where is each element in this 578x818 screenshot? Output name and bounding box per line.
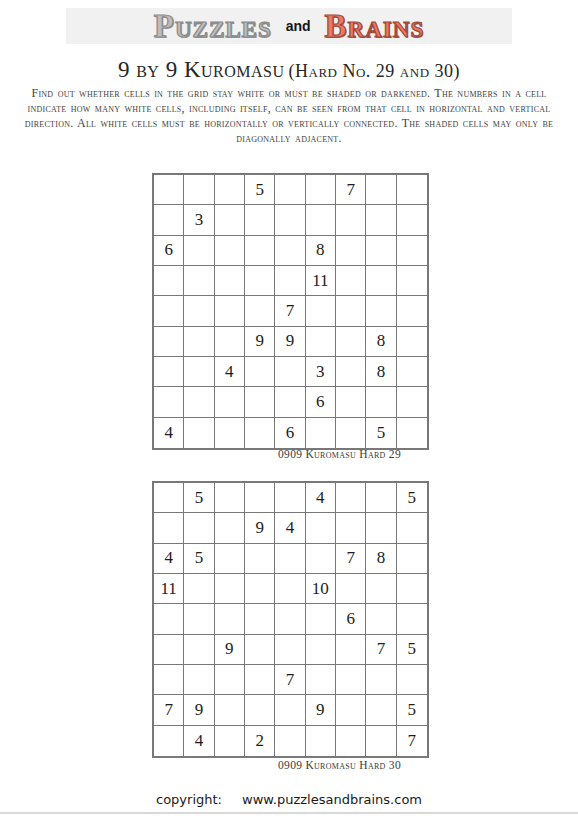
puzzle1-cell-r9c8[interactable]: 5 bbox=[366, 418, 396, 448]
puzzle2-cell-r3c4[interactable] bbox=[245, 544, 275, 574]
puzzle1-cell-r3c5[interactable] bbox=[275, 236, 305, 266]
puzzle1-cell-r2c7[interactable] bbox=[336, 205, 366, 235]
puzzle2-cell-r7c9[interactable] bbox=[397, 665, 427, 695]
logo-banner: Puzzles and Brains bbox=[66, 8, 512, 44]
puzzle1-cell-r2c6[interactable] bbox=[306, 205, 336, 235]
puzzle1-cell-r7c8[interactable]: 8 bbox=[366, 357, 396, 387]
puzzle1-cell-r7c5[interactable] bbox=[275, 357, 305, 387]
puzzle2-cell-r1c7[interactable] bbox=[336, 483, 366, 513]
puzzle1-cell-r2c2[interactable]: 3 bbox=[184, 205, 214, 235]
puzzle2-cell-r6c2[interactable] bbox=[184, 635, 214, 665]
puzzle2-cell-r8c3[interactable] bbox=[215, 695, 245, 725]
footer: copyright: www.puzzlesandbrains.com bbox=[0, 792, 578, 807]
puzzle1-cell-r7c1[interactable] bbox=[154, 357, 184, 387]
puzzle1-cell-r1c2[interactable] bbox=[184, 175, 214, 205]
puzzle2-cell-r9c7[interactable] bbox=[336, 726, 366, 756]
puzzle1-cell-r6c7[interactable] bbox=[336, 327, 366, 357]
copyright-label: copyright: bbox=[156, 792, 222, 807]
puzzle2-cell-r3c8[interactable]: 8 bbox=[366, 544, 396, 574]
puzzle1-cell-r1c5[interactable] bbox=[275, 175, 305, 205]
puzzle1-cell-r8c4[interactable] bbox=[245, 387, 275, 417]
puzzle2-cell-r4c2[interactable] bbox=[184, 574, 214, 604]
logo-brains-text: Brains bbox=[325, 10, 425, 43]
puzzle2-cell-r4c8[interactable] bbox=[366, 574, 396, 604]
puzzle1-cell-r7c4[interactable] bbox=[245, 357, 275, 387]
puzzle1-cell-r2c9[interactable] bbox=[397, 205, 427, 235]
puzzle2-cell-r9c2[interactable]: 4 bbox=[184, 726, 214, 756]
puzzle1-cell-r7c7[interactable] bbox=[336, 357, 366, 387]
puzzle2-cell-r8c1[interactable]: 7 bbox=[154, 695, 184, 725]
puzzle2-cell-r6c5[interactable] bbox=[275, 635, 305, 665]
puzzle2-cell-r4c3[interactable] bbox=[215, 574, 245, 604]
puzzle2-cell-r6c6[interactable] bbox=[306, 635, 336, 665]
puzzle2-cell-r5c9[interactable] bbox=[397, 604, 427, 634]
puzzle1-cell-r3c2[interactable] bbox=[184, 236, 214, 266]
puzzle1-cell-r4c5[interactable] bbox=[275, 266, 305, 296]
puzzle2-cell-r8c2[interactable]: 9 bbox=[184, 695, 214, 725]
puzzle2-cell-r2c3[interactable] bbox=[215, 513, 245, 543]
puzzle1-cell-r4c6[interactable]: 11 bbox=[306, 266, 336, 296]
puzzle1-cell-r9c6[interactable] bbox=[306, 418, 336, 448]
kuromasu-grid-30: 5459445781110697577995427 bbox=[152, 481, 429, 758]
puzzle1-cell-r6c6[interactable] bbox=[306, 327, 336, 357]
puzzle2-cell-r8c6[interactable]: 9 bbox=[306, 695, 336, 725]
puzzle2-cell-r6c3[interactable]: 9 bbox=[215, 635, 245, 665]
puzzle1-cell-r2c3[interactable] bbox=[215, 205, 245, 235]
puzzle1-cell-r6c8[interactable]: 8 bbox=[366, 327, 396, 357]
puzzle1-cell-r4c7[interactable] bbox=[336, 266, 366, 296]
puzzle1-cell-r4c4[interactable] bbox=[245, 266, 275, 296]
puzzle1-cell-r2c1[interactable] bbox=[154, 205, 184, 235]
puzzle1-cell-r2c8[interactable] bbox=[366, 205, 396, 235]
puzzle2-cell-r2c2[interactable] bbox=[184, 513, 214, 543]
puzzle2-cell-r3c6[interactable] bbox=[306, 544, 336, 574]
puzzle2-cell-r5c7[interactable]: 6 bbox=[336, 604, 366, 634]
puzzle2-cell-r2c4[interactable]: 9 bbox=[245, 513, 275, 543]
puzzle2-cell-r6c8[interactable]: 7 bbox=[366, 635, 396, 665]
puzzle2-cell-r6c1[interactable] bbox=[154, 635, 184, 665]
puzzle1-cell-r5c4[interactable] bbox=[245, 296, 275, 326]
puzzle1-cell-r8c6[interactable]: 6 bbox=[306, 387, 336, 417]
puzzle2-cell-r4c9[interactable] bbox=[397, 574, 427, 604]
puzzle1-cell-r6c3[interactable] bbox=[215, 327, 245, 357]
bottom-divider bbox=[0, 812, 578, 814]
puzzle2-cell-r2c9[interactable] bbox=[397, 513, 427, 543]
puzzle1-cell-r9c2[interactable] bbox=[184, 418, 214, 448]
puzzle2-cell-r2c7[interactable] bbox=[336, 513, 366, 543]
puzzle1-cell-r3c1[interactable]: 6 bbox=[154, 236, 184, 266]
puzzle2-cell-r6c4[interactable] bbox=[245, 635, 275, 665]
puzzle1-cell-r6c2[interactable] bbox=[184, 327, 214, 357]
puzzle2-cell-r2c1[interactable] bbox=[154, 513, 184, 543]
puzzle1-cell-r9c9[interactable] bbox=[397, 418, 427, 448]
puzzle2-cell-r5c4[interactable] bbox=[245, 604, 275, 634]
puzzle1-cell-r3c3[interactable] bbox=[215, 236, 245, 266]
puzzle2-cell-r7c8[interactable] bbox=[366, 665, 396, 695]
puzzle1-cell-r1c4[interactable]: 5 bbox=[245, 175, 275, 205]
puzzle1-cell-r9c7[interactable] bbox=[336, 418, 366, 448]
caption-puzzle-29: 0909 Kuromasu Hard 29 bbox=[201, 448, 478, 460]
puzzle2-cell-r1c1[interactable] bbox=[154, 483, 184, 513]
puzzle2-cell-r5c8[interactable] bbox=[366, 604, 396, 634]
puzzle2-cell-r8c9[interactable]: 5 bbox=[397, 695, 427, 725]
puzzle1-cell-r8c2[interactable] bbox=[184, 387, 214, 417]
puzzle2-cell-r3c2[interactable]: 5 bbox=[184, 544, 214, 574]
page-title: 9 by 9 Kuromasu(Hard No. 29 and 30) bbox=[0, 48, 578, 85]
puzzle2-cell-r1c2[interactable]: 5 bbox=[184, 483, 214, 513]
puzzle2-cell-r4c5[interactable] bbox=[275, 574, 305, 604]
puzzle2-cell-r7c2[interactable] bbox=[184, 665, 214, 695]
puzzle2-cell-r2c5[interactable]: 4 bbox=[275, 513, 305, 543]
instructions-text: Find out whether cells in the grid stay … bbox=[17, 86, 561, 146]
puzzle2-cell-r3c3[interactable] bbox=[215, 544, 245, 574]
puzzle1-cell-r3c9[interactable] bbox=[397, 236, 427, 266]
puzzle2-cell-r4c6[interactable]: 10 bbox=[306, 574, 336, 604]
puzzle1-cell-r1c6[interactable] bbox=[306, 175, 336, 205]
puzzle1-cell-r5c1[interactable] bbox=[154, 296, 184, 326]
puzzle1-cell-r5c9[interactable] bbox=[397, 296, 427, 326]
puzzle1-cell-r2c5[interactable] bbox=[275, 205, 305, 235]
puzzle1-cell-r1c9[interactable] bbox=[397, 175, 427, 205]
puzzle2-cell-r9c8[interactable] bbox=[366, 726, 396, 756]
kuromasu-grid-29: 573681179984386465 bbox=[152, 173, 429, 450]
puzzle2-cell-r1c8[interactable] bbox=[366, 483, 396, 513]
page: Puzzles and Brains 9 by 9 Kuromasu(Hard … bbox=[0, 0, 578, 818]
puzzle2-cell-r9c6[interactable] bbox=[306, 726, 336, 756]
puzzle2-cell-r3c9[interactable] bbox=[397, 544, 427, 574]
puzzle1-cell-r8c5[interactable] bbox=[275, 387, 305, 417]
puzzle1-cell-r3c7[interactable] bbox=[336, 236, 366, 266]
puzzle2-cell-r9c3[interactable] bbox=[215, 726, 245, 756]
puzzle1-cell-r7c6[interactable]: 3 bbox=[306, 357, 336, 387]
puzzle2-cell-r4c7[interactable] bbox=[336, 574, 366, 604]
puzzle1-cell-r4c8[interactable] bbox=[366, 266, 396, 296]
puzzle2-cell-r8c5[interactable] bbox=[275, 695, 305, 725]
puzzle1-cell-r8c3[interactable] bbox=[215, 387, 245, 417]
puzzle2-cell-r5c2[interactable] bbox=[184, 604, 214, 634]
puzzle2-cell-r2c8[interactable] bbox=[366, 513, 396, 543]
logo-puzzles-text: Puzzles bbox=[154, 10, 272, 43]
puzzle1-cell-r4c3[interactable] bbox=[215, 266, 245, 296]
logo-and-text: and bbox=[286, 18, 311, 34]
puzzle2-cell-r8c7[interactable] bbox=[336, 695, 366, 725]
puzzle1-cell-r9c1[interactable]: 4 bbox=[154, 418, 184, 448]
puzzle1-cell-r7c2[interactable] bbox=[184, 357, 214, 387]
puzzle1-cell-r1c8[interactable] bbox=[366, 175, 396, 205]
puzzle2-cell-r1c6[interactable]: 4 bbox=[306, 483, 336, 513]
puzzle2-cell-r3c5[interactable] bbox=[275, 544, 305, 574]
puzzle1-cell-r9c3[interactable] bbox=[215, 418, 245, 448]
site-url: www.puzzlesandbrains.com bbox=[242, 792, 422, 807]
puzzle2-cell-r1c5[interactable] bbox=[275, 483, 305, 513]
puzzle2-cell-r6c9[interactable]: 5 bbox=[397, 635, 427, 665]
puzzle2-cell-r7c6[interactable] bbox=[306, 665, 336, 695]
puzzle1-cell-r8c8[interactable] bbox=[366, 387, 396, 417]
puzzle1-cell-r9c4[interactable] bbox=[245, 418, 275, 448]
puzzle1-cell-r5c6[interactable] bbox=[306, 296, 336, 326]
puzzle1-cell-r3c8[interactable] bbox=[366, 236, 396, 266]
puzzle1-cell-r5c5[interactable]: 7 bbox=[275, 296, 305, 326]
title-sub: (Hard No. 29 and 30) bbox=[289, 61, 461, 81]
puzzle2-cell-r8c4[interactable] bbox=[245, 695, 275, 725]
puzzle1-cell-r5c3[interactable] bbox=[215, 296, 245, 326]
title-main: 9 by 9 Kuromasu bbox=[118, 57, 285, 82]
puzzle1-cell-r6c1[interactable] bbox=[154, 327, 184, 357]
puzzle2-cell-r5c1[interactable] bbox=[154, 604, 184, 634]
puzzle2-cell-r7c7[interactable] bbox=[336, 665, 366, 695]
puzzle2-cell-r3c7[interactable]: 7 bbox=[336, 544, 366, 574]
puzzle1-cell-r3c4[interactable] bbox=[245, 236, 275, 266]
puzzle2-cell-r1c4[interactable] bbox=[245, 483, 275, 513]
puzzle1-cell-r1c7[interactable]: 7 bbox=[336, 175, 366, 205]
puzzle2-cell-r7c4[interactable] bbox=[245, 665, 275, 695]
puzzle2-cell-r5c3[interactable] bbox=[215, 604, 245, 634]
puzzle2-cell-r4c1[interactable]: 11 bbox=[154, 574, 184, 604]
puzzle1-cell-r4c9[interactable] bbox=[397, 266, 427, 296]
puzzle2-cell-r6c7[interactable] bbox=[336, 635, 366, 665]
puzzle1-cell-r5c8[interactable] bbox=[366, 296, 396, 326]
puzzle1-cell-r6c5[interactable]: 9 bbox=[275, 327, 305, 357]
puzzle1-cell-r6c9[interactable] bbox=[397, 327, 427, 357]
puzzle2-cell-r2c6[interactable] bbox=[306, 513, 336, 543]
puzzle1-cell-r2c4[interactable] bbox=[245, 205, 275, 235]
puzzle2-cell-r9c1[interactable] bbox=[154, 726, 184, 756]
puzzle2-cell-r9c5[interactable] bbox=[275, 726, 305, 756]
puzzle2-cell-r8c8[interactable] bbox=[366, 695, 396, 725]
puzzle2-cell-r7c3[interactable] bbox=[215, 665, 245, 695]
puzzle2-cell-r4c4[interactable] bbox=[245, 574, 275, 604]
puzzle1-cell-r3c6[interactable]: 8 bbox=[306, 236, 336, 266]
puzzle1-cell-r8c1[interactable] bbox=[154, 387, 184, 417]
puzzle1-cell-r1c3[interactable] bbox=[215, 175, 245, 205]
puzzle2-cell-r3c1[interactable]: 4 bbox=[154, 544, 184, 574]
puzzle2-cell-r5c5[interactable] bbox=[275, 604, 305, 634]
puzzle1-cell-r4c1[interactable] bbox=[154, 266, 184, 296]
puzzle1-cell-r7c9[interactable] bbox=[397, 357, 427, 387]
puzzle2-cell-r9c9[interactable]: 7 bbox=[397, 726, 427, 756]
puzzle1-cell-r1c1[interactable] bbox=[154, 175, 184, 205]
caption-puzzle-30: 0909 Kuromasu Hard 30 bbox=[201, 759, 478, 771]
puzzle1-cell-r7c3[interactable]: 4 bbox=[215, 357, 245, 387]
puzzle1-cell-r8c9[interactable] bbox=[397, 387, 427, 417]
puzzle1-cell-r6c4[interactable]: 9 bbox=[245, 327, 275, 357]
puzzle1-cell-r8c7[interactable] bbox=[336, 387, 366, 417]
puzzle1-cell-r5c2[interactable] bbox=[184, 296, 214, 326]
puzzle2-cell-r5c6[interactable] bbox=[306, 604, 336, 634]
puzzle2-cell-r7c5[interactable]: 7 bbox=[275, 665, 305, 695]
puzzle2-cell-r1c3[interactable] bbox=[215, 483, 245, 513]
puzzle1-cell-r9c5[interactable]: 6 bbox=[275, 418, 305, 448]
puzzle2-cell-r9c4[interactable]: 2 bbox=[245, 726, 275, 756]
puzzle1-cell-r5c7[interactable] bbox=[336, 296, 366, 326]
puzzle2-cell-r1c9[interactable]: 5 bbox=[397, 483, 427, 513]
puzzle2-cell-r7c1[interactable] bbox=[154, 665, 184, 695]
puzzle1-cell-r4c2[interactable] bbox=[184, 266, 214, 296]
